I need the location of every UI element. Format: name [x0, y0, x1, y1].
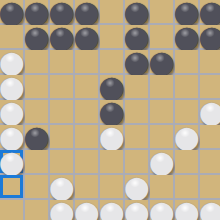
white-stone[interactable]: ●: [100, 200, 123, 220]
white-stone[interactable]: ●: [175, 200, 198, 220]
game-board: ●●●●●●●●●●●●●●●●●●●●●●●●●●●●●●●●●●●●: [0, 0, 220, 220]
board-cell[interactable]: [0, 200, 23, 220]
board-cell[interactable]: ●: [25, 125, 48, 148]
board-cell[interactable]: [125, 100, 148, 123]
black-stone[interactable]: ●: [175, 25, 198, 48]
white-stone[interactable]: ●: [100, 125, 123, 148]
board-cell[interactable]: [25, 50, 48, 73]
white-stone[interactable]: ●: [150, 200, 173, 220]
board-cell[interactable]: [200, 125, 220, 148]
board-cell[interactable]: [75, 75, 98, 98]
board-cell[interactable]: ●: [200, 100, 220, 123]
board-cell[interactable]: [200, 50, 220, 73]
board-cell[interactable]: ●: [175, 25, 198, 48]
board-cell[interactable]: [75, 100, 98, 123]
board-cell[interactable]: ●: [125, 50, 148, 73]
black-stone[interactable]: ●: [50, 25, 73, 48]
board-cell[interactable]: [150, 0, 173, 23]
white-stone[interactable]: ●: [150, 150, 173, 173]
black-stone[interactable]: ●: [25, 125, 48, 148]
black-stone[interactable]: ●: [200, 25, 220, 48]
board-cell[interactable]: [175, 50, 198, 73]
board-cell[interactable]: ●: [100, 200, 123, 220]
black-stone[interactable]: ●: [150, 50, 173, 73]
black-stone[interactable]: ●: [0, 0, 23, 23]
board-cell[interactable]: ●: [150, 50, 173, 73]
white-stone[interactable]: ●: [200, 200, 220, 220]
board-cell[interactable]: [75, 50, 98, 73]
board-cell[interactable]: [100, 0, 123, 23]
board-cell[interactable]: [50, 75, 73, 98]
board-cell[interactable]: ●: [175, 200, 198, 220]
board-cell[interactable]: [100, 150, 123, 173]
board-cell[interactable]: [25, 175, 48, 198]
white-stone[interactable]: ●: [175, 125, 198, 148]
board-cell[interactable]: [175, 150, 198, 173]
board-cell[interactable]: ●: [50, 25, 73, 48]
white-stone[interactable]: ●: [0, 150, 23, 173]
board-cell[interactable]: [25, 150, 48, 173]
board-cell[interactable]: [100, 25, 123, 48]
board-cell[interactable]: ●: [150, 200, 173, 220]
board-cell[interactable]: [50, 100, 73, 123]
board-cell[interactable]: [25, 75, 48, 98]
white-stone[interactable]: ●: [200, 100, 220, 123]
board-cell[interactable]: [125, 75, 148, 98]
board-cell[interactable]: [50, 50, 73, 73]
board-cell[interactable]: ●: [25, 25, 48, 48]
board-cell[interactable]: ●: [0, 0, 23, 23]
highlighted-cell[interactable]: [0, 175, 23, 198]
board-cell[interactable]: [75, 125, 98, 148]
black-stone[interactable]: ●: [125, 50, 148, 73]
white-stone[interactable]: ●: [50, 200, 73, 220]
board-cell[interactable]: ●: [125, 200, 148, 220]
board-cell[interactable]: ●: [200, 200, 220, 220]
board-cell[interactable]: [75, 150, 98, 173]
board-cell[interactable]: [150, 75, 173, 98]
board-cell[interactable]: ●: [200, 25, 220, 48]
white-stone[interactable]: ●: [75, 200, 98, 220]
board-cell[interactable]: ●: [75, 25, 98, 48]
board-cell[interactable]: [50, 125, 73, 148]
board-cell[interactable]: [175, 75, 198, 98]
board-cell[interactable]: ●: [100, 125, 123, 148]
board-cell[interactable]: ●: [75, 200, 98, 220]
black-stone[interactable]: ●: [75, 25, 98, 48]
board-cell[interactable]: [150, 100, 173, 123]
board-cell[interactable]: [200, 150, 220, 173]
board-cell[interactable]: ●: [150, 150, 173, 173]
board-cell[interactable]: ●: [50, 200, 73, 220]
highlighted-cell[interactable]: ●: [0, 150, 23, 173]
board-cell[interactable]: [25, 200, 48, 220]
black-stone[interactable]: ●: [25, 25, 48, 48]
white-stone[interactable]: ●: [125, 200, 148, 220]
board-cell[interactable]: [125, 125, 148, 148]
board-cell[interactable]: ●: [175, 125, 198, 148]
